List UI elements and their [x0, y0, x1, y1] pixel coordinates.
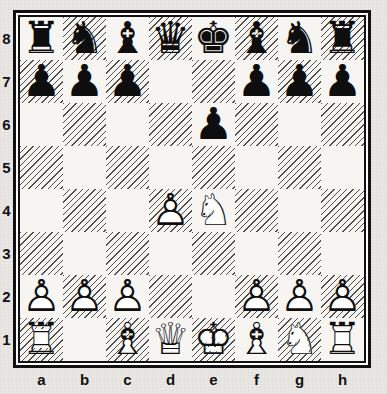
file-label-e: e	[192, 371, 235, 388]
square-h6	[321, 103, 364, 146]
file-label-c: c	[106, 371, 149, 388]
square-h1: ♜♖	[321, 318, 364, 361]
square-e6: ♟	[192, 103, 235, 146]
file-label-g: g	[278, 371, 321, 388]
square-a7: ♟	[20, 60, 63, 103]
square-a2: ♟♙	[20, 275, 63, 318]
file-label-h: h	[321, 371, 364, 388]
white-pawn-piece: ♟♙	[106, 275, 149, 318]
square-c1: ♝♗	[106, 318, 149, 361]
square-h4	[321, 189, 364, 232]
white-knight-piece: ♞♘	[278, 318, 321, 361]
square-c6	[106, 103, 149, 146]
square-e1: ♚♔	[192, 318, 235, 361]
square-e7	[192, 60, 235, 103]
square-h5	[321, 146, 364, 189]
black-pawn-piece: ♟	[235, 60, 278, 103]
white-king-piece: ♚♔	[192, 318, 235, 361]
white-rook-piece: ♜♖	[321, 318, 364, 361]
white-bishop-piece: ♝♗	[235, 318, 278, 361]
white-bishop-icon: ♗	[108, 317, 147, 361]
black-pawn-piece: ♟	[192, 103, 235, 146]
square-f8: ♝	[235, 17, 278, 60]
square-a5	[20, 146, 63, 189]
board-frame: ♜♞♝♛♚♝♞♜♟♟♟♟♟♟♟♟♙♞♘♟♙♟♙♟♙♟♙♟♙♟♙♜♖♝♗♛♕♚♔♝…	[13, 10, 371, 368]
white-pawn-piece: ♟♙	[321, 275, 364, 318]
square-g3	[278, 232, 321, 275]
white-knight-icon: ♘	[280, 317, 319, 361]
black-king-icon: ♚	[194, 16, 233, 60]
rank-label-5: 5	[0, 146, 13, 189]
square-d2	[149, 275, 192, 318]
black-pawn-piece: ♟	[20, 60, 63, 103]
square-b3	[63, 232, 106, 275]
black-pawn-piece: ♟	[321, 60, 364, 103]
black-rook-icon: ♜	[22, 16, 61, 60]
black-king-piece: ♚	[192, 17, 235, 60]
square-b5	[63, 146, 106, 189]
square-b4	[63, 189, 106, 232]
rank-labels: 87654321	[0, 17, 13, 361]
chess-diagram: 87654321 ♜♞♝♛♚♝♞♜♟♟♟♟♟♟♟♟♙♞♘♟♙♟♙♟♙♟♙♟♙♟♙…	[0, 0, 387, 394]
square-d3	[149, 232, 192, 275]
black-bishop-icon: ♝	[237, 16, 276, 60]
black-queen-icon: ♛	[151, 16, 190, 60]
square-h3	[321, 232, 364, 275]
white-pawn-piece: ♟♙	[235, 275, 278, 318]
square-e4: ♞♘	[192, 189, 235, 232]
white-rook-icon: ♖	[323, 317, 362, 361]
square-c5	[106, 146, 149, 189]
white-bishop-piece: ♝♗	[106, 318, 149, 361]
white-knight-icon: ♘	[194, 188, 233, 232]
square-g5	[278, 146, 321, 189]
square-h8: ♜	[321, 17, 364, 60]
black-bishop-icon: ♝	[108, 16, 147, 60]
rank-label-8: 8	[0, 17, 13, 60]
square-b1	[63, 318, 106, 361]
black-knight-piece: ♞	[63, 17, 106, 60]
white-pawn-piece: ♟♙	[20, 275, 63, 318]
square-h2: ♟♙	[321, 275, 364, 318]
square-c7: ♟	[106, 60, 149, 103]
rank-label-2: 2	[0, 275, 13, 318]
square-d7	[149, 60, 192, 103]
black-pawn-icon: ♟	[237, 59, 276, 103]
square-g7: ♟	[278, 60, 321, 103]
square-d5	[149, 146, 192, 189]
square-g1: ♞♘	[278, 318, 321, 361]
white-pawn-icon: ♙	[65, 274, 104, 318]
square-f2: ♟♙	[235, 275, 278, 318]
square-e8: ♚	[192, 17, 235, 60]
square-e5	[192, 146, 235, 189]
square-c4	[106, 189, 149, 232]
white-pawn-icon: ♙	[280, 274, 319, 318]
black-pawn-piece: ♟	[278, 60, 321, 103]
square-g6	[278, 103, 321, 146]
file-labels: abcdefgh	[20, 371, 364, 388]
square-f6	[235, 103, 278, 146]
black-knight-icon: ♞	[280, 16, 319, 60]
square-c3	[106, 232, 149, 275]
file-label-a: a	[20, 371, 63, 388]
file-label-b: b	[63, 371, 106, 388]
square-f7: ♟	[235, 60, 278, 103]
square-b2: ♟♙	[63, 275, 106, 318]
white-pawn-piece: ♟♙	[149, 189, 192, 232]
black-pawn-icon: ♟	[280, 59, 319, 103]
black-pawn-icon: ♟	[22, 59, 61, 103]
black-queen-piece: ♛	[149, 17, 192, 60]
square-g8: ♞	[278, 17, 321, 60]
square-f5	[235, 146, 278, 189]
square-d1: ♛♕	[149, 318, 192, 361]
square-e2	[192, 275, 235, 318]
white-bishop-icon: ♗	[237, 317, 276, 361]
square-b6	[63, 103, 106, 146]
square-c8: ♝	[106, 17, 149, 60]
black-knight-piece: ♞	[278, 17, 321, 60]
black-pawn-icon: ♟	[65, 59, 104, 103]
square-a6	[20, 103, 63, 146]
white-king-icon: ♔	[194, 317, 233, 361]
square-d6	[149, 103, 192, 146]
white-pawn-piece: ♟♙	[278, 275, 321, 318]
square-d4: ♟♙	[149, 189, 192, 232]
rank-label-4: 4	[0, 189, 13, 232]
file-label-f: f	[235, 371, 278, 388]
white-rook-icon: ♖	[22, 317, 61, 361]
white-pawn-icon: ♙	[323, 274, 362, 318]
square-b7: ♟	[63, 60, 106, 103]
white-pawn-icon: ♙	[237, 274, 276, 318]
black-bishop-piece: ♝	[106, 17, 149, 60]
white-pawn-icon: ♙	[151, 188, 190, 232]
rank-label-3: 3	[0, 232, 13, 275]
white-pawn-icon: ♙	[108, 274, 147, 318]
black-rook-piece: ♜	[321, 17, 364, 60]
square-f4	[235, 189, 278, 232]
black-pawn-icon: ♟	[323, 59, 362, 103]
square-c2: ♟♙	[106, 275, 149, 318]
square-f3	[235, 232, 278, 275]
square-g2: ♟♙	[278, 275, 321, 318]
white-knight-piece: ♞♘	[192, 189, 235, 232]
square-f1: ♝♗	[235, 318, 278, 361]
rank-label-6: 6	[0, 103, 13, 146]
black-pawn-piece: ♟	[106, 60, 149, 103]
file-label-d: d	[149, 371, 192, 388]
black-pawn-icon: ♟	[108, 59, 147, 103]
black-pawn-piece: ♟	[63, 60, 106, 103]
square-a1: ♜♖	[20, 318, 63, 361]
square-a3	[20, 232, 63, 275]
black-rook-piece: ♜	[20, 17, 63, 60]
black-pawn-icon: ♟	[194, 102, 233, 146]
rank-label-7: 7	[0, 60, 13, 103]
black-bishop-piece: ♝	[235, 17, 278, 60]
square-g4	[278, 189, 321, 232]
black-knight-icon: ♞	[65, 16, 104, 60]
square-a8: ♜	[20, 17, 63, 60]
white-queen-icon: ♕	[151, 317, 190, 361]
square-b8: ♞	[63, 17, 106, 60]
square-a4	[20, 189, 63, 232]
square-d8: ♛	[149, 17, 192, 60]
white-pawn-icon: ♙	[22, 274, 61, 318]
black-rook-icon: ♜	[323, 16, 362, 60]
rank-label-1: 1	[0, 318, 13, 361]
white-pawn-piece: ♟♙	[63, 275, 106, 318]
square-e3	[192, 232, 235, 275]
square-h7: ♟	[321, 60, 364, 103]
chess-board: ♜♞♝♛♚♝♞♜♟♟♟♟♟♟♟♟♙♞♘♟♙♟♙♟♙♟♙♟♙♟♙♜♖♝♗♛♕♚♔♝…	[18, 15, 366, 363]
white-rook-piece: ♜♖	[20, 318, 63, 361]
white-queen-piece: ♛♕	[149, 318, 192, 361]
